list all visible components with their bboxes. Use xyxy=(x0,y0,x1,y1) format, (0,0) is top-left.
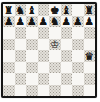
square-e3 xyxy=(49,62,61,74)
square-f1 xyxy=(61,85,73,97)
square-f2 xyxy=(61,73,73,85)
square-a4 xyxy=(3,50,15,62)
square-b5 xyxy=(15,39,27,51)
black-king: ♚ xyxy=(50,5,59,16)
black-bishop: ♝ xyxy=(27,5,36,16)
square-d2 xyxy=(38,73,50,85)
square-a7: ♟ xyxy=(3,16,15,28)
black-rook: ♜ xyxy=(4,5,13,16)
square-f8: ♝ xyxy=(61,4,73,16)
chess-diagram: ♜♞♝♚♝♜♟♟♟♟♞♟♟♟♔♛ xyxy=(1,2,97,98)
black-knight: ♞ xyxy=(16,5,25,16)
square-h5 xyxy=(84,39,96,51)
board-frame: ♜♞♝♚♝♜♟♟♟♟♞♟♟♟♔♛ xyxy=(1,2,97,98)
square-b6 xyxy=(15,27,27,39)
square-e4 xyxy=(49,50,61,62)
black-queen: ♛ xyxy=(85,51,94,62)
square-d7: ♟ xyxy=(38,16,50,28)
square-e1 xyxy=(49,85,61,97)
square-c3 xyxy=(26,62,38,74)
chess-board: ♜♞♝♚♝♜♟♟♟♟♞♟♟♟♔♛ xyxy=(3,4,95,96)
black-pawn: ♟ xyxy=(4,16,13,27)
square-g2 xyxy=(72,73,84,85)
square-h8: ♜ xyxy=(84,4,96,16)
square-b1 xyxy=(15,85,27,97)
square-g8 xyxy=(72,4,84,16)
square-g7: ♟ xyxy=(72,16,84,28)
square-b4 xyxy=(15,50,27,62)
square-h7: ♟ xyxy=(84,16,96,28)
black-pawn: ♟ xyxy=(16,16,25,27)
square-a8: ♜ xyxy=(3,4,15,16)
square-g5 xyxy=(72,39,84,51)
square-c7: ♟ xyxy=(26,16,38,28)
black-pawn: ♟ xyxy=(85,16,94,27)
square-d5 xyxy=(38,39,50,51)
square-g6 xyxy=(72,27,84,39)
square-a2 xyxy=(3,73,15,85)
square-d4 xyxy=(38,50,50,62)
square-h3 xyxy=(84,62,96,74)
square-f6 xyxy=(61,27,73,39)
square-c5 xyxy=(26,39,38,51)
square-f7: ♟ xyxy=(61,16,73,28)
square-e5: ♔ xyxy=(49,39,61,51)
square-c6 xyxy=(26,27,38,39)
square-a3 xyxy=(3,62,15,74)
square-h6 xyxy=(84,27,96,39)
square-g1 xyxy=(72,85,84,97)
square-e2 xyxy=(49,73,61,85)
square-b3 xyxy=(15,62,27,74)
square-a5 xyxy=(3,39,15,51)
square-f5 xyxy=(61,39,73,51)
square-b7: ♟ xyxy=(15,16,27,28)
square-d3 xyxy=(38,62,50,74)
black-knight: ♞ xyxy=(50,16,59,27)
square-d1 xyxy=(38,85,50,97)
square-h4: ♛ xyxy=(84,50,96,62)
black-pawn: ♟ xyxy=(62,16,71,27)
square-e6 xyxy=(49,27,61,39)
square-c4 xyxy=(26,50,38,62)
black-pawn: ♟ xyxy=(73,16,82,27)
black-pawn: ♟ xyxy=(27,16,36,27)
black-bishop: ♝ xyxy=(62,5,71,16)
square-b8: ♞ xyxy=(15,4,27,16)
square-d8 xyxy=(38,4,50,16)
square-b2 xyxy=(15,73,27,85)
square-f4 xyxy=(61,50,73,62)
square-a6 xyxy=(3,27,15,39)
square-e7: ♞ xyxy=(49,16,61,28)
black-rook: ♜ xyxy=(85,5,94,16)
square-a1 xyxy=(3,85,15,97)
square-f3 xyxy=(61,62,73,74)
square-g4 xyxy=(72,50,84,62)
square-e8: ♚ xyxy=(49,4,61,16)
square-c8: ♝ xyxy=(26,4,38,16)
square-h1 xyxy=(84,85,96,97)
square-g3 xyxy=(72,62,84,74)
square-d6 xyxy=(38,27,50,39)
white-king: ♔ xyxy=(50,39,59,50)
square-c1 xyxy=(26,85,38,97)
square-c2 xyxy=(26,73,38,85)
square-h2 xyxy=(84,73,96,85)
black-pawn: ♟ xyxy=(39,16,48,27)
